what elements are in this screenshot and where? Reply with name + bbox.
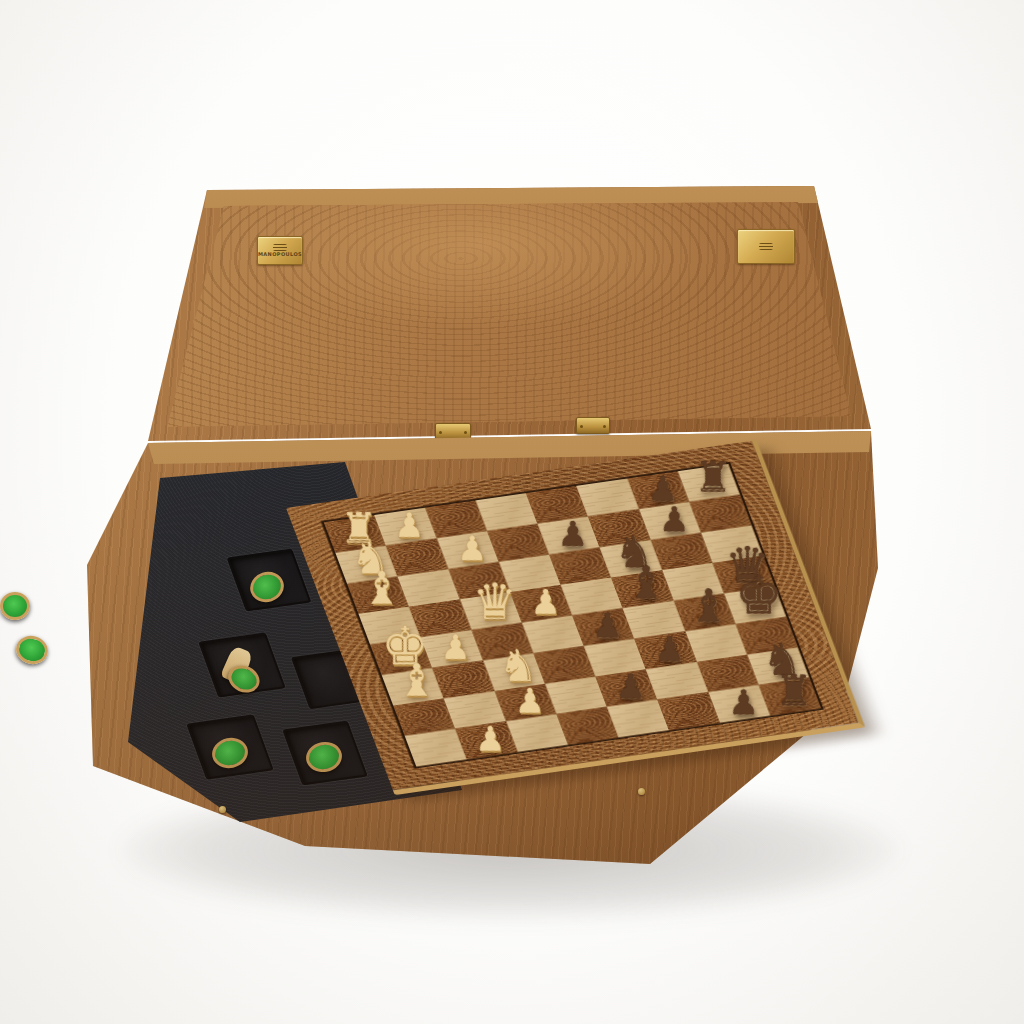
brand-plaque-right (737, 229, 795, 264)
stored-piece-felt-base[interactable] (0, 592, 30, 620)
piece-black-rook-a8[interactable]: ♜ (683, 457, 742, 499)
piece-black-rook-h8[interactable]: ♜ (764, 670, 823, 712)
stored-piece-felt-base[interactable] (13, 633, 51, 668)
brass-pin (219, 806, 226, 813)
brand-wave-logo-icon (273, 244, 287, 251)
product-photo-chess-set: MANOPOULOS ♜♟♟♜♞♟♟♟♝♞♛♟♝♛♚♟♟♝♚♝♞♟♟♟♞♟♟♜ (0, 0, 1024, 1024)
piece-black-king-e8[interactable]: ♚ (729, 568, 788, 621)
brass-hinge-left (435, 423, 471, 440)
brand-plaque: MANOPOULOS (257, 236, 303, 265)
square-h8[interactable]: ♜ (759, 678, 821, 716)
brass-hinge-right (576, 417, 610, 434)
board-grid: ♜♟♟♜♞♟♟♟♝♞♛♟♝♛♚♟♟♝♚♝♞♟♟♟♞♟♟♜ (324, 464, 821, 767)
brand-name: MANOPOULOS (258, 252, 302, 257)
box-lid-top-edge (0, 0, 1024, 230)
brass-pin (638, 788, 645, 795)
brand-wave-logo-icon (759, 243, 773, 250)
box-lid-inner-panel (0, 0, 1024, 470)
